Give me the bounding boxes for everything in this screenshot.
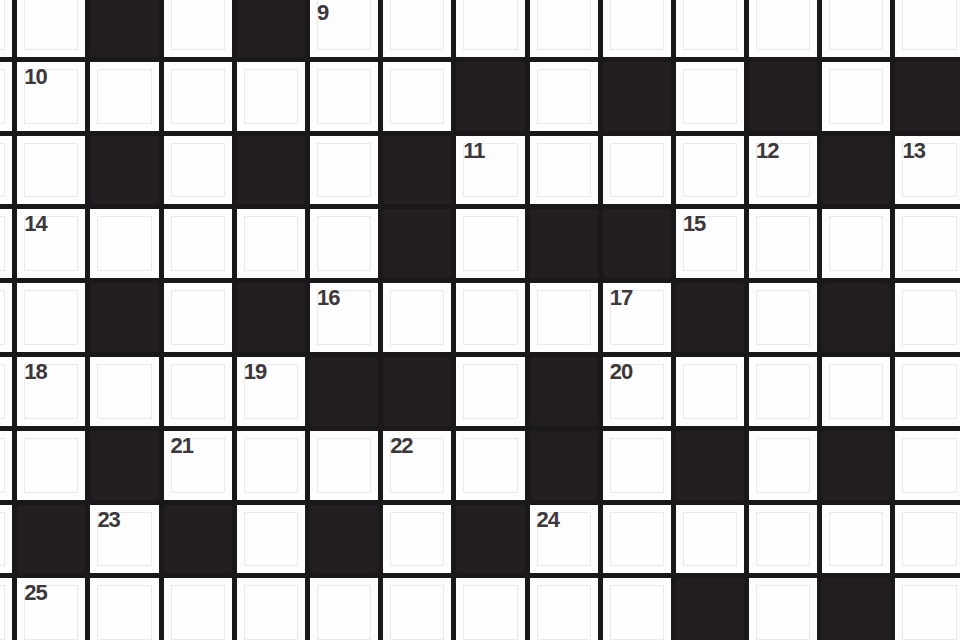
black-cell (90, 0, 158, 57)
crossword-cell[interactable]: 14 (17, 209, 85, 278)
crossword-cell[interactable] (456, 578, 524, 640)
crossword-cell[interactable] (530, 136, 598, 205)
black-cell (676, 283, 744, 352)
crossword-cell[interactable] (310, 431, 378, 500)
crossword-cell[interactable] (895, 431, 960, 500)
black-cell (456, 505, 524, 574)
crossword-cell[interactable] (164, 209, 232, 278)
crossword-cell[interactable] (530, 0, 598, 57)
crossword-cell[interactable]: 13 (895, 136, 960, 205)
edge-cell (0, 578, 12, 640)
clue-number: 16 (317, 287, 339, 309)
crossword-cell[interactable]: 16 (310, 283, 378, 352)
crossword-cell[interactable] (895, 578, 960, 640)
crossword-cell[interactable] (603, 505, 671, 574)
crossword-cell[interactable] (749, 431, 817, 500)
clue-number: 22 (390, 435, 412, 457)
crossword-page: 910111213141516171819202122232425 (0, 0, 960, 640)
crossword-grid: 910111213141516171819202122232425 (0, 0, 960, 640)
crossword-cell[interactable] (676, 136, 744, 205)
edge-cell (0, 0, 12, 57)
crossword-cell[interactable]: 18 (17, 357, 85, 426)
crossword-cell[interactable] (237, 209, 305, 278)
edge-cell (0, 136, 12, 205)
crossword-cell[interactable] (749, 357, 817, 426)
crossword-cell[interactable] (530, 62, 598, 131)
black-cell (90, 136, 158, 205)
crossword-cell[interactable] (310, 136, 378, 205)
crossword-cell[interactable]: 25 (17, 578, 85, 640)
black-cell (383, 209, 451, 278)
crossword-cell[interactable]: 23 (90, 505, 158, 574)
crossword-cell[interactable] (456, 209, 524, 278)
black-cell (530, 357, 598, 426)
clue-number: 14 (24, 213, 46, 235)
black-cell (676, 578, 744, 640)
crossword-cell[interactable] (237, 578, 305, 640)
crossword-cell[interactable]: 20 (603, 357, 671, 426)
crossword-cell[interactable] (17, 136, 85, 205)
black-cell (456, 62, 524, 131)
black-cell (749, 62, 817, 131)
clue-number: 15 (683, 213, 705, 235)
crossword-cell[interactable] (676, 62, 744, 131)
clue-number: 21 (171, 435, 193, 457)
black-cell (310, 357, 378, 426)
crossword-cell[interactable] (822, 357, 890, 426)
black-cell (237, 136, 305, 205)
crossword-cell[interactable] (822, 62, 890, 131)
crossword-cell[interactable] (676, 0, 744, 57)
clue-number: 11 (463, 140, 484, 162)
edge-cell (0, 283, 12, 352)
crossword-cell[interactable] (749, 283, 817, 352)
crossword-cell[interactable] (749, 0, 817, 57)
crossword-cell[interactable] (310, 209, 378, 278)
clue-number: 18 (24, 361, 46, 383)
crossword-cell[interactable] (822, 505, 890, 574)
crossword-cell[interactable] (90, 62, 158, 131)
crossword-cell[interactable] (456, 283, 524, 352)
edge-cell (0, 505, 12, 574)
clue-number: 19 (244, 361, 266, 383)
edge-cell (0, 62, 12, 131)
crossword-cell[interactable] (310, 578, 378, 640)
black-cell (237, 0, 305, 57)
crossword-cell[interactable] (383, 283, 451, 352)
clue-number: 24 (537, 509, 559, 531)
black-cell (530, 431, 598, 500)
crossword-cell[interactable] (530, 283, 598, 352)
clue-number: 20 (610, 361, 632, 383)
black-cell (17, 505, 85, 574)
crossword-cell[interactable] (749, 209, 817, 278)
crossword-cell[interactable] (17, 283, 85, 352)
clue-number: 9 (317, 2, 328, 24)
crossword-cell[interactable] (164, 0, 232, 57)
crossword-cell[interactable] (822, 209, 890, 278)
edge-cell (0, 431, 12, 500)
black-cell (383, 357, 451, 426)
black-cell (676, 431, 744, 500)
crossword-cell[interactable] (530, 578, 598, 640)
crossword-cell[interactable] (603, 0, 671, 57)
crossword-cell[interactable] (237, 431, 305, 500)
crossword-cell[interactable] (90, 578, 158, 640)
crossword-cell[interactable] (237, 62, 305, 131)
crossword-cell[interactable] (603, 578, 671, 640)
crossword-cell[interactable] (895, 505, 960, 574)
black-cell (603, 62, 671, 131)
clue-number: 13 (902, 140, 924, 162)
black-cell (90, 431, 158, 500)
crossword-cell[interactable] (676, 357, 744, 426)
crossword-cell[interactable] (603, 431, 671, 500)
crossword-cell[interactable] (456, 357, 524, 426)
black-cell (603, 209, 671, 278)
crossword-cell[interactable] (895, 357, 960, 426)
crossword-cell[interactable] (310, 62, 378, 131)
crossword-cell[interactable]: 24 (530, 505, 598, 574)
crossword-cell[interactable] (895, 209, 960, 278)
crossword-cell[interactable]: 22 (383, 431, 451, 500)
clue-number: 25 (24, 582, 46, 604)
crossword-cell[interactable] (17, 0, 85, 57)
clue-number: 12 (756, 140, 778, 162)
crossword-cell[interactable]: 15 (676, 209, 744, 278)
clue-number: 17 (610, 287, 632, 309)
crossword-cell[interactable] (237, 505, 305, 574)
crossword-cell[interactable] (164, 62, 232, 131)
black-cell (822, 136, 890, 205)
black-cell (822, 431, 890, 500)
crossword-cell[interactable] (749, 505, 817, 574)
black-cell (164, 505, 232, 574)
crossword-cell[interactable]: 17 (603, 283, 671, 352)
crossword-cell[interactable] (383, 578, 451, 640)
black-cell (383, 136, 451, 205)
black-cell (530, 209, 598, 278)
crossword-cell[interactable] (164, 136, 232, 205)
crossword-cell[interactable] (676, 505, 744, 574)
crossword-cell[interactable] (383, 62, 451, 131)
edge-cell (0, 209, 12, 278)
crossword-cell[interactable] (164, 357, 232, 426)
crossword-cell[interactable] (456, 431, 524, 500)
crossword-cell[interactable]: 21 (164, 431, 232, 500)
edge-cell (0, 357, 12, 426)
crossword-cell[interactable]: 10 (17, 62, 85, 131)
black-cell (895, 62, 960, 131)
crossword-cell[interactable]: 19 (237, 357, 305, 426)
black-cell (90, 283, 158, 352)
crossword-cell[interactable]: 11 (456, 136, 524, 205)
crossword-cell[interactable]: 12 (749, 136, 817, 205)
crossword-cell[interactable] (90, 209, 158, 278)
crossword-cell[interactable] (383, 0, 451, 57)
crossword-cell[interactable] (164, 578, 232, 640)
black-cell (237, 283, 305, 352)
crossword-cell[interactable] (17, 431, 85, 500)
crossword-cell[interactable] (749, 578, 817, 640)
crossword-cell[interactable] (164, 283, 232, 352)
clue-number: 23 (97, 509, 119, 531)
clue-number: 10 (24, 66, 46, 88)
crossword-cell[interactable] (895, 283, 960, 352)
crossword-cell[interactable] (383, 505, 451, 574)
crossword-cell[interactable] (895, 0, 960, 57)
crossword-cell[interactable] (90, 357, 158, 426)
black-cell (822, 578, 890, 640)
crossword-cell[interactable]: 9 (310, 0, 378, 57)
crossword-cell[interactable] (822, 0, 890, 57)
crossword-cell[interactable] (603, 136, 671, 205)
crossword-cell[interactable] (456, 0, 524, 57)
black-cell (822, 283, 890, 352)
black-cell (310, 505, 378, 574)
